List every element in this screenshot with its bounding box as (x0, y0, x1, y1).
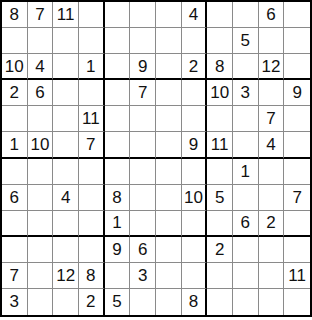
given-digit: 1 (10, 136, 19, 153)
cell-r12c7[interactable] (156, 289, 182, 315)
given-digit: 12 (262, 58, 281, 75)
cell-r7c8[interactable] (182, 159, 208, 185)
cell-r10c4[interactable] (79, 237, 105, 263)
cell-r6c2[interactable]: 10 (28, 132, 54, 158)
given-digit: 4 (266, 136, 275, 153)
cell-r3c7[interactable] (156, 54, 182, 80)
given-digit: 8 (112, 189, 121, 206)
cell-r9c4[interactable] (79, 211, 105, 237)
cell-r7c11[interactable] (259, 159, 285, 185)
cell-r6c12[interactable] (284, 132, 310, 158)
cell-r6c7[interactable] (156, 132, 182, 158)
given-digit: 4 (189, 6, 198, 23)
cell-r5c1[interactable] (2, 106, 28, 132)
cell-r6c8[interactable]: 9 (182, 132, 208, 158)
cell-r3c8[interactable]: 2 (182, 54, 208, 80)
cell-r5c2[interactable] (28, 106, 54, 132)
given-digit: 2 (10, 84, 19, 101)
given-digit: 10 (5, 58, 24, 75)
cell-r3c12[interactable] (284, 54, 310, 80)
given-digit: 9 (189, 136, 198, 153)
cell-r1c7[interactable] (156, 2, 182, 28)
cell-r6c11[interactable]: 4 (259, 132, 285, 158)
cell-r9c2[interactable] (28, 211, 54, 237)
cell-r9c8[interactable] (182, 211, 208, 237)
given-digit: 6 (35, 84, 44, 101)
cell-r7c2[interactable] (28, 159, 54, 185)
given-digit: 12 (56, 267, 75, 284)
cell-r2c11[interactable] (259, 28, 285, 54)
given-digit: 11 (82, 110, 100, 127)
cell-r3c9[interactable]: 8 (207, 54, 233, 80)
cell-r3c3[interactable] (53, 54, 79, 80)
given-digit: 2 (86, 293, 95, 310)
cell-r1c10[interactable] (233, 2, 259, 28)
cell-r9c9[interactable] (207, 211, 233, 237)
cell-r3c6[interactable]: 9 (130, 54, 156, 80)
cell-r4c12[interactable]: 9 (284, 80, 310, 106)
cell-r4c10[interactable]: 3 (233, 80, 259, 106)
given-digit: 8 (215, 58, 224, 75)
cell-r11c3[interactable]: 12 (53, 263, 79, 289)
cell-r10c3[interactable] (53, 237, 79, 263)
cell-r8c3[interactable]: 4 (53, 185, 79, 211)
cell-r11c8[interactable] (182, 263, 208, 289)
cell-r4c7[interactable] (156, 80, 182, 106)
cell-r1c5[interactable] (105, 2, 131, 28)
cell-r5c11[interactable]: 7 (259, 106, 285, 132)
cell-r8c10[interactable] (233, 185, 259, 211)
cell-r4c2[interactable]: 6 (28, 80, 54, 106)
cell-r2c5[interactable] (105, 28, 131, 54)
cell-r8c9[interactable]: 5 (207, 185, 233, 211)
cell-r12c3[interactable] (53, 289, 79, 315)
cell-r8c1[interactable]: 6 (2, 185, 28, 211)
given-digit: 5 (215, 189, 224, 206)
cell-r6c4[interactable]: 7 (79, 132, 105, 158)
cell-r3c4[interactable]: 1 (79, 54, 105, 80)
cell-r5c5[interactable] (105, 106, 131, 132)
given-digit: 11 (211, 136, 229, 153)
cell-r3c1[interactable]: 10 (2, 54, 28, 80)
cell-r12c10[interactable] (233, 289, 259, 315)
given-digit: 2 (215, 241, 224, 258)
given-digit: 11 (288, 267, 306, 284)
cell-r11c7[interactable] (156, 263, 182, 289)
given-digit: 8 (86, 267, 95, 284)
cell-r3c11[interactable]: 12 (259, 54, 285, 80)
cell-r10c10[interactable] (233, 237, 259, 263)
cell-r12c5[interactable]: 5 (105, 289, 131, 315)
cell-r6c10[interactable] (233, 132, 259, 158)
cell-r1c12[interactable] (284, 2, 310, 28)
cell-r1c8[interactable]: 4 (182, 2, 208, 28)
given-digit: 9 (138, 58, 147, 75)
given-digit: 9 (292, 84, 301, 101)
cell-r2c3[interactable] (53, 28, 79, 54)
cell-r12c2[interactable] (28, 289, 54, 315)
cell-r9c1[interactable] (2, 211, 28, 237)
cell-r4c11[interactable] (259, 80, 285, 106)
cell-r2c9[interactable] (207, 28, 233, 54)
cell-r5c7[interactable] (156, 106, 182, 132)
given-digit: 7 (266, 110, 275, 127)
cell-r3c10[interactable] (233, 54, 259, 80)
cell-r12c4[interactable]: 2 (79, 289, 105, 315)
cell-r2c8[interactable] (182, 28, 208, 54)
cell-r12c1[interactable]: 3 (2, 289, 28, 315)
cell-r10c11[interactable] (259, 237, 285, 263)
cell-r5c8[interactable] (182, 106, 208, 132)
cell-r9c3[interactable] (53, 211, 79, 237)
cell-r9c12[interactable] (284, 211, 310, 237)
given-digit: 3 (138, 267, 147, 284)
given-digit: 7 (35, 6, 44, 23)
cell-r12c8[interactable]: 8 (182, 289, 208, 315)
cell-r6c3[interactable] (53, 132, 79, 158)
cell-r4c3[interactable] (53, 80, 79, 106)
given-digit: 6 (266, 6, 275, 23)
cell-r11c6[interactable]: 3 (130, 263, 156, 289)
cell-r7c5[interactable] (105, 159, 131, 185)
cell-r7c1[interactable] (2, 159, 28, 185)
cell-r7c9[interactable] (207, 159, 233, 185)
given-digit: 10 (184, 189, 203, 206)
cell-r8c12[interactable]: 7 (284, 185, 310, 211)
given-digit: 2 (266, 214, 275, 231)
cell-r10c9[interactable]: 2 (207, 237, 233, 263)
given-digit: 6 (241, 214, 250, 231)
given-digit: 6 (138, 241, 147, 258)
given-digit: 8 (10, 6, 19, 23)
cell-r2c7[interactable] (156, 28, 182, 54)
cell-r11c10[interactable] (233, 263, 259, 289)
cell-r2c6[interactable] (130, 28, 156, 54)
cell-r8c2[interactable] (28, 185, 54, 211)
cell-r9c6[interactable] (130, 211, 156, 237)
given-digit: 8 (189, 293, 198, 310)
cell-r7c12[interactable] (284, 159, 310, 185)
cell-r4c4[interactable] (79, 80, 105, 106)
cell-r12c12[interactable] (284, 289, 310, 315)
cell-r10c12[interactable] (284, 237, 310, 263)
cell-r10c7[interactable] (156, 237, 182, 263)
cell-r11c9[interactable] (207, 263, 233, 289)
cell-r7c4[interactable] (79, 159, 105, 185)
given-digit: 6 (10, 189, 19, 206)
given-digit: 1 (112, 214, 121, 231)
given-digit: 4 (35, 58, 44, 75)
cell-r6c1[interactable]: 1 (2, 132, 28, 158)
cell-r7c3[interactable] (53, 159, 79, 185)
given-digit: 7 (86, 136, 95, 153)
cell-r5c12[interactable] (284, 106, 310, 132)
cell-r10c8[interactable] (182, 237, 208, 263)
cell-r11c5[interactable] (105, 263, 131, 289)
cell-r10c5[interactable]: 9 (105, 237, 131, 263)
given-digit: 9 (112, 241, 121, 258)
cell-r11c11[interactable] (259, 263, 285, 289)
cell-r1c6[interactable] (130, 2, 156, 28)
cell-r4c1[interactable]: 2 (2, 80, 28, 106)
cell-r11c12[interactable]: 11 (284, 263, 310, 289)
cell-r5c4[interactable]: 11 (79, 106, 105, 132)
cell-r9c5[interactable]: 1 (105, 211, 131, 237)
cell-r9c10[interactable]: 6 (233, 211, 259, 237)
cell-r2c2[interactable] (28, 28, 54, 54)
given-digit: 11 (57, 6, 75, 23)
given-digit: 7 (10, 267, 19, 284)
cell-r4c6[interactable]: 7 (130, 80, 156, 106)
cell-r10c6[interactable]: 6 (130, 237, 156, 263)
cell-r1c9[interactable] (207, 2, 233, 28)
cell-r1c2[interactable]: 7 (28, 2, 54, 28)
cell-r7c6[interactable] (130, 159, 156, 185)
cell-r1c4[interactable] (79, 2, 105, 28)
given-digit: 7 (138, 84, 147, 101)
cell-r6c9[interactable]: 11 (207, 132, 233, 158)
cell-r10c1[interactable] (2, 237, 28, 263)
cell-r12c9[interactable] (207, 289, 233, 315)
cell-r9c11[interactable]: 2 (259, 211, 285, 237)
cell-r2c1[interactable] (2, 28, 28, 54)
given-digit: 2 (189, 58, 198, 75)
cell-r9c7[interactable] (156, 211, 182, 237)
cell-r12c11[interactable] (259, 289, 285, 315)
cell-r8c6[interactable] (130, 185, 156, 211)
cell-r2c12[interactable] (284, 28, 310, 54)
cell-r11c4[interactable]: 8 (79, 263, 105, 289)
cell-r8c5[interactable]: 8 (105, 185, 131, 211)
given-digit: 7 (292, 189, 301, 206)
cell-r8c7[interactable] (156, 185, 182, 211)
given-digit: 3 (10, 293, 19, 310)
cell-r4c9[interactable]: 10 (207, 80, 233, 106)
cell-r5c10[interactable] (233, 106, 259, 132)
cell-r8c4[interactable] (79, 185, 105, 211)
cell-r12c6[interactable] (130, 289, 156, 315)
given-digit: 1 (86, 58, 95, 75)
cell-r3c2[interactable]: 4 (28, 54, 54, 80)
given-digit: 10 (31, 136, 50, 153)
cell-r8c11[interactable] (259, 185, 285, 211)
cell-r3c5[interactable] (105, 54, 131, 80)
cell-r1c11[interactable]: 6 (259, 2, 285, 28)
cell-r1c1[interactable]: 8 (2, 2, 28, 28)
cell-r2c10[interactable]: 5 (233, 28, 259, 54)
given-digit: 1 (241, 163, 250, 180)
cell-r7c7[interactable] (156, 159, 182, 185)
cell-r5c6[interactable] (130, 106, 156, 132)
given-digit: 4 (61, 189, 70, 206)
cell-r7c10[interactable]: 1 (233, 159, 259, 185)
cell-r2c4[interactable] (79, 28, 105, 54)
cell-r4c5[interactable] (105, 80, 131, 106)
cell-r6c5[interactable] (105, 132, 131, 158)
cell-r11c1[interactable]: 7 (2, 263, 28, 289)
cell-r6c6[interactable] (130, 132, 156, 158)
sudoku-board: 8711465104192812267103911711079114164810… (0, 0, 312, 317)
given-digit: 10 (210, 84, 229, 101)
cell-r1c3[interactable]: 11 (53, 2, 79, 28)
given-digit: 5 (241, 32, 250, 49)
given-digit: 5 (112, 293, 121, 310)
cell-r5c3[interactable] (53, 106, 79, 132)
given-digit: 3 (241, 84, 250, 101)
cell-r4c8[interactable] (182, 80, 208, 106)
cell-r5c9[interactable] (207, 106, 233, 132)
cell-r10c2[interactable] (28, 237, 54, 263)
cell-r8c8[interactable]: 10 (182, 185, 208, 211)
cell-r11c2[interactable] (28, 263, 54, 289)
